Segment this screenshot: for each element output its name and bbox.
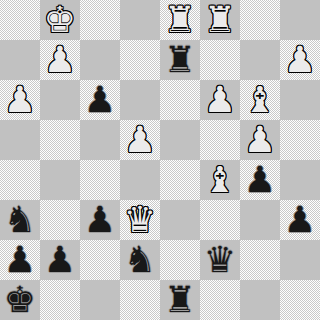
piece-black-pawn[interactable]: ♟ <box>244 160 276 200</box>
square-h6[interactable]: ♞ <box>0 200 40 240</box>
square-f6[interactable]: ♟ <box>80 200 120 240</box>
square-c1[interactable]: ♜ <box>200 0 240 40</box>
square-a6[interactable]: ♟ <box>280 200 320 240</box>
square-g2[interactable]: ♟ <box>40 40 80 80</box>
square-b7[interactable] <box>240 240 280 280</box>
square-g3[interactable] <box>40 80 80 120</box>
piece-black-pawn[interactable]: ♟ <box>44 240 76 280</box>
square-a1[interactable] <box>280 0 320 40</box>
square-a3[interactable] <box>280 80 320 120</box>
square-a5[interactable] <box>280 160 320 200</box>
piece-black-pawn[interactable]: ♟ <box>84 80 116 120</box>
square-d6[interactable] <box>160 200 200 240</box>
piece-black-knight[interactable]: ♞ <box>124 240 156 280</box>
square-f1[interactable] <box>80 0 120 40</box>
piece-white-pawn[interactable]: ♟ <box>244 120 276 160</box>
square-g8[interactable] <box>40 280 80 320</box>
piece-white-rook[interactable]: ♜ <box>164 0 196 40</box>
square-f4[interactable] <box>80 120 120 160</box>
square-c7[interactable]: ♛ <box>200 240 240 280</box>
piece-black-rook[interactable]: ♜ <box>164 40 196 80</box>
chess-board: ♚♜♜♟♜♟♟♟♟♝♟♟♝♟♞♟♛♟♟♟♞♛♚♜ <box>0 0 320 320</box>
square-f3[interactable]: ♟ <box>80 80 120 120</box>
square-h1[interactable] <box>0 0 40 40</box>
square-h8[interactable]: ♚ <box>0 280 40 320</box>
square-d8[interactable]: ♜ <box>160 280 200 320</box>
square-f7[interactable] <box>80 240 120 280</box>
square-d7[interactable] <box>160 240 200 280</box>
square-e8[interactable] <box>120 280 160 320</box>
square-c3[interactable]: ♟ <box>200 80 240 120</box>
square-c4[interactable] <box>200 120 240 160</box>
square-g4[interactable] <box>40 120 80 160</box>
piece-white-pawn[interactable]: ♟ <box>204 80 236 120</box>
piece-white-pawn[interactable]: ♟ <box>124 120 156 160</box>
square-b1[interactable] <box>240 0 280 40</box>
square-a7[interactable] <box>280 240 320 280</box>
square-d1[interactable]: ♜ <box>160 0 200 40</box>
square-d2[interactable]: ♜ <box>160 40 200 80</box>
square-a4[interactable] <box>280 120 320 160</box>
square-h2[interactable] <box>0 40 40 80</box>
square-c2[interactable] <box>200 40 240 80</box>
square-b8[interactable] <box>240 280 280 320</box>
square-d4[interactable] <box>160 120 200 160</box>
square-b5[interactable]: ♟ <box>240 160 280 200</box>
piece-black-queen[interactable]: ♛ <box>204 240 236 280</box>
piece-black-pawn[interactable]: ♟ <box>284 200 316 240</box>
square-c6[interactable] <box>200 200 240 240</box>
square-a2[interactable]: ♟ <box>280 40 320 80</box>
square-b2[interactable] <box>240 40 280 80</box>
piece-white-bishop[interactable]: ♝ <box>244 80 276 120</box>
square-h5[interactable] <box>0 160 40 200</box>
square-e4[interactable]: ♟ <box>120 120 160 160</box>
square-b4[interactable]: ♟ <box>240 120 280 160</box>
piece-black-knight[interactable]: ♞ <box>4 200 36 240</box>
square-c8[interactable] <box>200 280 240 320</box>
square-f2[interactable] <box>80 40 120 80</box>
square-c5[interactable]: ♝ <box>200 160 240 200</box>
piece-white-pawn[interactable]: ♟ <box>4 80 36 120</box>
square-e3[interactable] <box>120 80 160 120</box>
piece-black-pawn[interactable]: ♟ <box>4 240 36 280</box>
piece-white-bishop[interactable]: ♝ <box>204 160 236 200</box>
square-g5[interactable] <box>40 160 80 200</box>
square-d5[interactable] <box>160 160 200 200</box>
piece-white-pawn[interactable]: ♟ <box>44 40 76 80</box>
square-g6[interactable] <box>40 200 80 240</box>
square-g7[interactable]: ♟ <box>40 240 80 280</box>
square-g1[interactable]: ♚ <box>40 0 80 40</box>
piece-black-rook[interactable]: ♜ <box>164 280 196 320</box>
piece-white-queen[interactable]: ♛ <box>124 200 156 240</box>
square-d3[interactable] <box>160 80 200 120</box>
piece-black-pawn[interactable]: ♟ <box>84 200 116 240</box>
square-h7[interactable]: ♟ <box>0 240 40 280</box>
square-h3[interactable]: ♟ <box>0 80 40 120</box>
square-a8[interactable] <box>280 280 320 320</box>
square-e6[interactable]: ♛ <box>120 200 160 240</box>
square-f8[interactable] <box>80 280 120 320</box>
square-e5[interactable] <box>120 160 160 200</box>
piece-white-king[interactable]: ♚ <box>44 0 76 40</box>
square-b6[interactable] <box>240 200 280 240</box>
piece-black-king[interactable]: ♚ <box>4 280 36 320</box>
square-e7[interactable]: ♞ <box>120 240 160 280</box>
square-b3[interactable]: ♝ <box>240 80 280 120</box>
square-f5[interactable] <box>80 160 120 200</box>
square-e2[interactable] <box>120 40 160 80</box>
piece-white-rook[interactable]: ♜ <box>204 0 236 40</box>
piece-white-pawn[interactable]: ♟ <box>284 40 316 80</box>
square-e1[interactable] <box>120 0 160 40</box>
square-h4[interactable] <box>0 120 40 160</box>
